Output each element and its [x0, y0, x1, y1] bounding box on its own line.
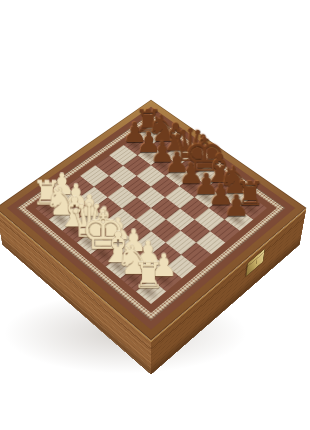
- outer-border-band: ♜♞♝♛♚♝♞♜♟♟♟♟♟♟♟♟♟♟♟♟♟♟♟♟♜♞♝♛♚♝♞♜: [7, 107, 295, 330]
- white-rook-glyph: ♜: [123, 258, 174, 293]
- camera-stage: ♜♞♝♛♚♝♞♜♟♟♟♟♟♟♟♟♟♟♟♟♟♟♟♟♜♞♝♛♚♝♞♜: [41, 98, 261, 318]
- board-top-face: ♜♞♝♛♚♝♞♜♟♟♟♟♟♟♟♟♟♟♟♟♟♟♟♟♜♞♝♛♚♝♞♜: [0, 100, 307, 341]
- square-h6: [210, 219, 240, 242]
- product-photo-scene: ♜♞♝♛♚♝♞♜♟♟♟♟♟♟♟♟♟♟♟♟♟♟♟♟♜♞♝♛♚♝♞♜: [0, 0, 310, 430]
- black-pawn-glyph: ♟: [212, 192, 261, 221]
- square-h1: ♜: [135, 279, 166, 304]
- chess-box: ♜♞♝♛♚♝♞♜♟♟♟♟♟♟♟♟♟♟♟♟♟♟♟♟♜♞♝♛♚♝♞♜: [0, 100, 307, 341]
- walnut-rim: ♜♞♝♛♚♝♞♜♟♟♟♟♟♟♟♟♟♟♟♟♟♟♟♟♜♞♝♛♚♝♞♜: [0, 100, 307, 341]
